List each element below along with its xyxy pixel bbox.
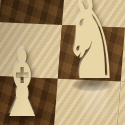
chess-scene: ♝ ♞ [0, 0, 125, 125]
white-bishop-piece[interactable]: ♝ [0, 28, 52, 122]
board-square-r1-c2[interactable] [0, 0, 67, 25]
white-knight-glyph: ♞ [63, 0, 120, 86]
white-knight-piece[interactable]: ♞ [61, 0, 121, 86]
white-bishop-glyph: ♝ [0, 47, 47, 122]
